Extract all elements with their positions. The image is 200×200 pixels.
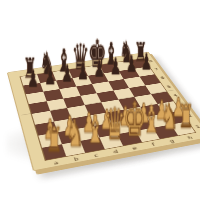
white-rook-a1[interactable]: ♜: [46, 123, 63, 157]
pieces-layer: ♜♞♝♛♚♝♞♜♟♟♟♟♟♟♟♟♟♟♟♟♟♟♟♟♜♞♝♛♚♝♞♜: [20, 58, 197, 161]
piece-anchor-c7: ♟: [55, 78, 75, 89]
black-pawn-a7[interactable]: ♟: [26, 67, 41, 91]
white-queen-d1[interactable]: ♛: [104, 103, 121, 146]
black-pawn-g7[interactable]: ♟: [124, 53, 138, 76]
white-knight-g1[interactable]: ♞: [160, 100, 176, 136]
white-king-e1[interactable]: ♚: [123, 96, 140, 143]
piece-anchor-e7: ♟: [88, 73, 108, 84]
black-pawn-d7[interactable]: ♟: [76, 60, 90, 84]
chess-set-photo: abcdefgh 87654321 ♜♞♝♛♚♝♞♜♟♟♟♟♟♟♟♟♟♟♟♟♟♟…: [0, 0, 200, 200]
black-pawn-b7[interactable]: ♟: [43, 65, 58, 89]
white-bishop-c1[interactable]: ♝: [85, 111, 102, 150]
piece-anchor-a7: ♟: [22, 83, 42, 95]
black-pawn-c7[interactable]: ♟: [59, 62, 73, 86]
white-knight-b1[interactable]: ♞: [66, 116, 83, 153]
white-rook-h1[interactable]: ♜: [178, 100, 194, 132]
piece-anchor-d7: ♟: [72, 75, 92, 86]
black-pawn-e7[interactable]: ♟: [92, 58, 106, 81]
chess-board: abcdefgh 87654321 ♜♞♝♛♚♝♞♜♟♟♟♟♟♟♟♟♟♟♟♟♟♟…: [18, 20, 182, 184]
board-frame: abcdefgh 87654321 ♜♞♝♛♚♝♞♜♟♟♟♟♟♟♟♟♟♟♟♟♟♟…: [7, 52, 200, 171]
black-pawn-f7[interactable]: ♟: [108, 55, 122, 78]
piece-anchor-b7: ♟: [39, 80, 59, 91]
black-pawn-h7[interactable]: ♟: [139, 51, 153, 74]
